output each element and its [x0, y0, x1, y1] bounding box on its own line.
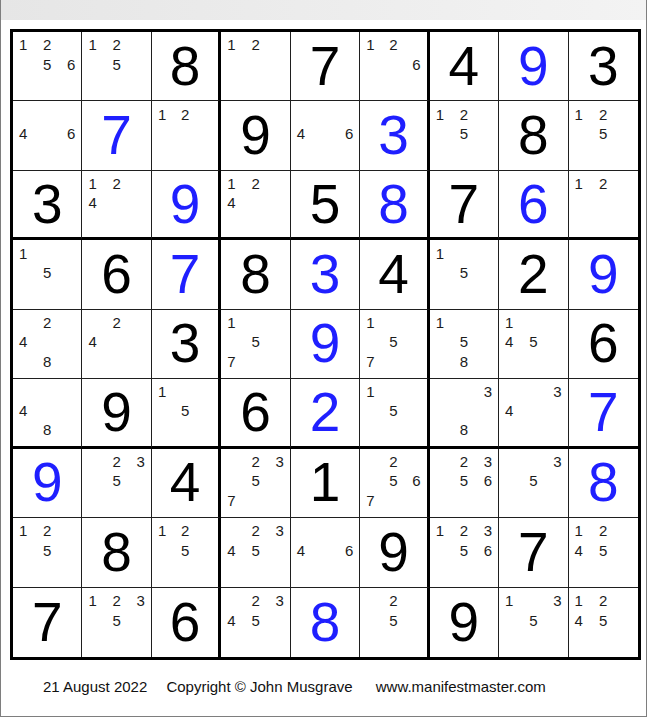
pencil-mark-slot-2: 2	[107, 452, 126, 471]
cell-r5c9[interactable]: 6	[569, 310, 638, 379]
cell-r6c5[interactable]: 2	[291, 379, 360, 448]
cell-r4c7[interactable]: 15	[430, 240, 499, 309]
pencil-mark-slot-6	[57, 332, 76, 351]
cell-r9c3[interactable]: 6	[152, 588, 221, 657]
pencil-mark-slot-1: 1	[19, 243, 38, 262]
cell-r2c6[interactable]: 3	[360, 101, 429, 170]
pencil-marks: 46	[291, 518, 359, 586]
pencil-mark-slot-4: 4	[575, 541, 594, 560]
pencil-mark-slot-6	[126, 54, 145, 73]
pencil-mark-slot-1: 1	[19, 35, 38, 54]
pencil-mark-slot-9	[543, 491, 562, 510]
cell-r2c1[interactable]: 46	[13, 101, 82, 170]
pencil-mark-slot-2	[38, 104, 57, 123]
pencil-mark-slot-3	[126, 35, 145, 54]
cell-r3c2[interactable]: 124	[82, 171, 151, 240]
pencil-marks: 12	[152, 101, 218, 169]
cell-r3c3[interactable]: 9	[152, 171, 221, 240]
pencil-mark-slot-5	[384, 54, 402, 73]
pencil-mark-slot-5	[38, 332, 57, 351]
cell-r7c8[interactable]: 35	[499, 449, 568, 518]
pencil-mark-slot-2: 2	[594, 591, 613, 611]
pencil-mark-slot-8	[38, 74, 57, 93]
pencil-mark-slot-5: 5	[38, 541, 57, 560]
given-digit: 6	[101, 247, 132, 302]
cell-r1c3[interactable]: 8	[152, 32, 221, 101]
pencil-mark-slot-8	[454, 143, 473, 162]
pencil-mark-slot-1	[19, 382, 38, 401]
cell-r5c3[interactable]: 3	[152, 310, 221, 379]
pencil-mark-slot-2: 2	[594, 104, 613, 123]
pencil-marks: 125	[13, 518, 81, 586]
pencil-mark-slot-2	[524, 591, 543, 611]
pencil-mark-slot-8: 8	[454, 352, 473, 371]
pencil-mark-slot-1: 1	[505, 591, 524, 611]
cell-r4c8[interactable]: 2	[499, 240, 568, 309]
pencil-mark-slot-9	[194, 420, 212, 439]
solved-digit: 7	[170, 247, 201, 302]
pencil-marks: 24	[82, 310, 150, 378]
pencil-mark-slot-1: 1	[366, 313, 384, 332]
pencil-mark-slot-1	[227, 591, 246, 611]
cell-r9c2[interactable]: 1235	[82, 588, 151, 657]
cell-r6c7[interactable]: 38	[430, 379, 499, 448]
cell-r8c3[interactable]: 125	[152, 518, 221, 587]
pencil-mark-slot-8	[384, 630, 402, 650]
pencil-mark-slot-2: 2	[107, 313, 126, 332]
pencil-mark-slot-2	[316, 521, 335, 540]
pencil-mark-slot-9	[57, 282, 76, 301]
pencil-mark-slot-7	[297, 560, 316, 579]
cell-r3c8[interactable]: 6	[499, 171, 568, 240]
pencil-mark-slot-5	[246, 54, 265, 73]
pencil-mark-slot-2: 2	[454, 521, 473, 540]
pencil-mark-slot-8	[246, 630, 265, 650]
cell-r6c3[interactable]: 15	[152, 379, 221, 448]
cell-r2c7[interactable]: 125	[430, 101, 499, 170]
pencil-mark-slot-7	[436, 143, 455, 162]
cell-r4c6[interactable]: 4	[360, 240, 429, 309]
pencil-marks: 38	[430, 379, 498, 445]
cell-r8c1[interactable]: 125	[13, 518, 82, 587]
pencil-mark-slot-6: 6	[57, 124, 76, 143]
pencil-mark-slot-3	[57, 382, 76, 401]
cell-r6c1[interactable]: 48	[13, 379, 82, 448]
pencil-mark-slot-5: 5	[176, 401, 194, 420]
pencil-mark-slot-7	[19, 282, 38, 301]
footer-copyright: Copyright © John Musgrave	[166, 678, 352, 695]
pencil-mark-slot-6	[473, 124, 492, 143]
footer-url: www.manifestmaster.com	[376, 678, 546, 695]
pencil-mark-slot-8	[107, 74, 126, 93]
pencil-mark-slot-1: 1	[366, 35, 384, 54]
pencil-mark-slot-1	[88, 313, 107, 332]
pencil-mark-slot-4: 4	[505, 401, 524, 420]
pencil-mark-slot-6	[403, 332, 421, 351]
cell-r3c6[interactable]: 8	[360, 171, 429, 240]
pencil-mark-slot-1: 1	[575, 174, 594, 193]
pencil-mark-slot-8	[176, 143, 194, 162]
pencil-mark-slot-6	[613, 124, 632, 143]
pencil-mark-slot-6	[265, 541, 284, 560]
pencil-mark-slot-9	[265, 630, 284, 650]
cell-r8c4[interactable]: 2345	[221, 518, 290, 587]
pencil-mark-slot-8	[176, 420, 194, 439]
pencil-mark-slot-7: 7	[366, 352, 384, 371]
cell-r5c4[interactable]: 157	[221, 310, 290, 379]
pencil-mark-slot-4	[575, 193, 594, 212]
pencil-marks: 157	[360, 310, 426, 378]
pencil-mark-slot-1	[505, 452, 524, 471]
cell-r6c4[interactable]: 6	[221, 379, 290, 448]
given-digit: 8	[170, 39, 201, 94]
cell-r6c8[interactable]: 34	[499, 379, 568, 448]
pencil-marks: 2345	[221, 588, 289, 657]
pencil-mark-slot-5	[594, 193, 613, 212]
pencil-mark-slot-5	[246, 193, 265, 212]
cell-r1c1[interactable]: 1256	[13, 32, 82, 101]
cell-r8c8[interactable]: 7	[499, 518, 568, 587]
pencil-mark-slot-6	[543, 471, 562, 490]
pencil-mark-slot-1	[436, 382, 455, 401]
pencil-mark-slot-7	[158, 143, 176, 162]
pencil-mark-slot-8	[594, 212, 613, 231]
pencil-mark-slot-9	[126, 630, 145, 650]
cell-r9c6[interactable]: 25	[360, 588, 429, 657]
pencil-mark-slot-1	[227, 452, 246, 471]
given-digit: 9	[449, 595, 480, 650]
pencil-mark-slot-5: 5	[176, 541, 194, 560]
pencil-mark-slot-6	[265, 332, 284, 351]
pencil-mark-slot-3: 3	[473, 382, 492, 401]
cell-r5c2[interactable]: 24	[82, 310, 151, 379]
pencil-mark-slot-7	[436, 352, 455, 371]
pencil-mark-slot-5: 5	[246, 541, 265, 560]
pencil-mark-slot-5: 5	[38, 263, 57, 282]
cell-r3c1[interactable]: 3	[13, 171, 82, 240]
pencil-mark-slot-6	[194, 401, 212, 420]
cell-r2c3[interactable]: 12	[152, 101, 221, 170]
pencil-mark-slot-6	[126, 610, 145, 630]
pencil-mark-slot-4	[227, 471, 246, 490]
cell-r7c4[interactable]: 2357	[221, 449, 290, 518]
cell-r1c5[interactable]: 7	[291, 32, 360, 101]
pencil-mark-slot-5: 5	[384, 401, 402, 420]
pencil-mark-slot-7	[88, 74, 107, 93]
pencil-mark-slot-7	[227, 560, 246, 579]
cell-r2c8[interactable]: 8	[499, 101, 568, 170]
pencil-mark-slot-7	[88, 491, 107, 510]
pencil-mark-slot-9	[265, 212, 284, 231]
pencil-mark-slot-4	[366, 401, 384, 420]
pencil-mark-slot-6	[126, 193, 145, 212]
solved-digit: 7	[588, 385, 619, 440]
pencil-mark-slot-3	[57, 104, 76, 123]
cell-r3c7[interactable]: 7	[430, 171, 499, 240]
pencil-mark-slot-7	[158, 560, 176, 579]
cell-r1c4[interactable]: 12	[221, 32, 290, 101]
cell-r9c7[interactable]: 9	[430, 588, 499, 657]
pencil-mark-slot-7	[436, 282, 455, 301]
pencil-mark-slot-8	[524, 352, 543, 371]
pencil-mark-slot-4	[366, 332, 384, 351]
cell-r4c5[interactable]: 3	[291, 240, 360, 309]
cell-r5c1[interactable]: 248	[13, 310, 82, 379]
title-bar	[1, 0, 646, 20]
pencil-mark-slot-8	[524, 630, 543, 650]
pencil-mark-slot-4	[436, 332, 455, 351]
pencil-mark-slot-5: 5	[384, 332, 402, 351]
pencil-mark-slot-1: 1	[227, 174, 246, 193]
cell-r6c9[interactable]: 7	[569, 379, 638, 448]
pencil-mark-slot-5: 5	[107, 54, 126, 73]
pencil-mark-slot-6: 6	[57, 54, 76, 73]
pencil-mark-slot-4: 4	[227, 541, 246, 560]
cell-r7c7[interactable]: 2356	[430, 449, 499, 518]
cell-r2c9[interactable]: 125	[569, 101, 638, 170]
pencil-mark-slot-7	[19, 420, 38, 439]
solved-digit: 8	[588, 455, 619, 510]
pencil-mark-slot-8	[384, 420, 402, 439]
pencil-mark-slot-6	[126, 332, 145, 351]
pencil-mark-slot-5: 5	[246, 332, 265, 351]
pencil-marks: 1245	[569, 518, 638, 586]
pencil-mark-slot-7	[297, 143, 316, 162]
pencil-mark-slot-1: 1	[575, 591, 594, 611]
cell-r9c4[interactable]: 2345	[221, 588, 290, 657]
solved-digit: 6	[518, 177, 549, 232]
cell-r1c6[interactable]: 126	[360, 32, 429, 101]
pencil-mark-slot-1: 1	[227, 35, 246, 54]
pencil-mark-slot-4	[227, 54, 246, 73]
cell-r8c9[interactable]: 1245	[569, 518, 638, 587]
cell-r1c2[interactable]: 125	[82, 32, 151, 101]
pencil-mark-slot-1: 1	[227, 313, 246, 332]
pencil-mark-slot-5	[38, 124, 57, 143]
pencil-mark-slot-5: 5	[384, 610, 402, 630]
pencil-mark-slot-5: 5	[384, 471, 402, 490]
pencil-mark-slot-4: 4	[19, 124, 38, 143]
cell-r1c9[interactable]: 3	[569, 32, 638, 101]
pencil-mark-slot-2: 2	[107, 35, 126, 54]
cell-r6c2[interactable]: 9	[82, 379, 151, 448]
pencil-mark-slot-7	[227, 74, 246, 93]
pencil-mark-slot-4	[227, 332, 246, 351]
pencil-mark-slot-8	[38, 143, 57, 162]
pencil-mark-slot-2: 2	[384, 591, 402, 611]
pencil-mark-slot-5	[316, 124, 335, 143]
pencil-mark-slot-6	[57, 263, 76, 282]
pencil-mark-slot-1	[297, 104, 316, 123]
pencil-mark-slot-9	[126, 352, 145, 371]
pencil-mark-slot-8	[454, 491, 473, 510]
pencil-mark-slot-2: 2	[246, 35, 265, 54]
pencil-mark-slot-9	[613, 630, 632, 650]
cell-r3c4[interactable]: 124	[221, 171, 290, 240]
pencil-mark-slot-4	[436, 124, 455, 143]
cell-r5c5[interactable]: 9	[291, 310, 360, 379]
cell-r3c5[interactable]: 5	[291, 171, 360, 240]
pencil-mark-slot-3: 3	[265, 452, 284, 471]
cell-r7c2[interactable]: 235	[82, 449, 151, 518]
pencil-marks: 1235	[82, 588, 150, 657]
pencil-mark-slot-5: 5	[524, 471, 543, 490]
pencil-mark-slot-9	[613, 560, 632, 579]
given-digit: 9	[101, 385, 132, 440]
cell-r9c5[interactable]: 8	[291, 588, 360, 657]
cell-r1c8[interactable]: 9	[499, 32, 568, 101]
pencil-mark-slot-3	[265, 35, 284, 54]
pencil-mark-slot-3: 3	[265, 591, 284, 611]
given-digit: 1	[310, 455, 341, 510]
pencil-mark-slot-7	[505, 420, 524, 439]
pencil-marks: 46	[13, 101, 81, 169]
pencil-mark-slot-5: 5	[38, 54, 57, 73]
pencil-marks: 25	[360, 588, 426, 657]
pencil-marks: 1256	[13, 32, 81, 100]
pencil-marks: 235	[82, 449, 150, 517]
pencil-mark-slot-6	[265, 610, 284, 630]
pencil-marks: 158	[430, 310, 498, 378]
cell-r7c1[interactable]: 9	[13, 449, 82, 518]
cell-r5c8[interactable]: 145	[499, 310, 568, 379]
pencil-mark-slot-8	[594, 143, 613, 162]
footer: 21 August 2022 Copyright © John Musgrave…	[43, 678, 546, 695]
pencil-marks: 2356	[430, 449, 498, 517]
cell-r5c7[interactable]: 158	[430, 310, 499, 379]
cell-r8c7[interactable]: 12356	[430, 518, 499, 587]
pencil-mark-slot-2	[176, 382, 194, 401]
pencil-mark-slot-1	[19, 313, 38, 332]
pencil-mark-slot-3: 3	[126, 452, 145, 471]
cell-r9c1[interactable]: 7	[13, 588, 82, 657]
pencil-mark-slot-4: 4	[505, 332, 524, 351]
pencil-marks: 12	[221, 32, 289, 100]
pencil-mark-slot-7	[19, 352, 38, 371]
cell-r2c5[interactable]: 46	[291, 101, 360, 170]
pencil-mark-slot-1: 1	[436, 313, 455, 332]
pencil-mark-slot-6: 6	[473, 471, 492, 490]
cell-r2c4[interactable]: 9	[221, 101, 290, 170]
cell-r7c5[interactable]: 1	[291, 449, 360, 518]
cell-r9c8[interactable]: 135	[499, 588, 568, 657]
cell-r4c3[interactable]: 7	[152, 240, 221, 309]
cell-r4c9[interactable]: 9	[569, 240, 638, 309]
solved-digit: 2	[310, 385, 341, 440]
pencil-mark-slot-6	[543, 610, 562, 630]
pencil-mark-slot-4	[19, 541, 38, 560]
cell-r2c2[interactable]: 7	[82, 101, 151, 170]
cell-r8c2[interactable]: 8	[82, 518, 151, 587]
cell-r4c1[interactable]: 15	[13, 240, 82, 309]
cell-r6c6[interactable]: 15	[360, 379, 429, 448]
pencil-mark-slot-6	[613, 610, 632, 630]
pencil-mark-slot-5: 5	[454, 471, 473, 490]
pencil-mark-slot-3	[403, 591, 421, 611]
given-digit: 6	[240, 385, 271, 440]
pencil-mark-slot-4	[88, 610, 107, 630]
solved-digit: 3	[378, 108, 409, 163]
pencil-mark-slot-1	[366, 591, 384, 611]
pencil-mark-slot-9	[126, 74, 145, 93]
pencil-mark-slot-3	[334, 104, 353, 123]
pencil-mark-slot-6	[57, 401, 76, 420]
pencil-mark-slot-3: 3	[543, 382, 562, 401]
pencil-mark-slot-3	[473, 104, 492, 123]
pencil-marks: 15	[360, 379, 426, 445]
pencil-mark-slot-3	[57, 313, 76, 332]
pencil-mark-slot-1: 1	[19, 521, 38, 540]
pencil-mark-slot-1	[19, 104, 38, 123]
cell-r3c9[interactable]: 12	[569, 171, 638, 240]
cell-r4c2[interactable]: 6	[82, 240, 151, 309]
pencil-mark-slot-7	[436, 420, 455, 439]
cell-r7c9[interactable]: 8	[569, 449, 638, 518]
pencil-mark-slot-6	[194, 541, 212, 560]
pencil-marks: 157	[221, 310, 289, 378]
pencil-mark-slot-4	[88, 471, 107, 490]
given-digit: 3	[170, 316, 201, 371]
pencil-mark-slot-1: 1	[575, 104, 594, 123]
pencil-mark-slot-8	[454, 560, 473, 579]
cell-r4c4[interactable]: 8	[221, 240, 290, 309]
given-digit: 4	[170, 455, 201, 510]
pencil-mark-slot-2: 2	[176, 521, 194, 540]
pencil-mark-slot-5: 5	[594, 610, 613, 630]
pencil-mark-slot-5: 5	[246, 610, 265, 630]
window: 1256125812712649346712946312581253124912…	[0, 0, 647, 717]
cell-r8c5[interactable]: 46	[291, 518, 360, 587]
pencil-mark-slot-6	[265, 471, 284, 490]
pencil-mark-slot-9	[194, 560, 212, 579]
pencil-mark-slot-3	[57, 35, 76, 54]
pencil-mark-slot-9	[126, 491, 145, 510]
pencil-mark-slot-9	[265, 560, 284, 579]
pencil-mark-slot-7	[436, 491, 455, 510]
cell-r7c6[interactable]: 2567	[360, 449, 429, 518]
pencil-mark-slot-7	[575, 630, 594, 650]
solved-digit: 9	[170, 177, 201, 232]
pencil-mark-slot-7	[366, 74, 384, 93]
cell-r7c3[interactable]: 4	[152, 449, 221, 518]
pencil-mark-slot-5	[524, 401, 543, 420]
cell-r1c7[interactable]: 4	[430, 32, 499, 101]
pencil-mark-slot-8	[246, 491, 265, 510]
pencil-mark-slot-4: 4	[297, 124, 316, 143]
pencil-mark-slot-7: 7	[227, 352, 246, 371]
pencil-mark-slot-3	[126, 174, 145, 193]
sudoku-grid: 1256125812712649346712946312581253124912…	[10, 29, 641, 660]
pencil-mark-slot-6	[265, 193, 284, 212]
pencil-mark-slot-1: 1	[88, 35, 107, 54]
cell-r5c6[interactable]: 157	[360, 310, 429, 379]
pencil-mark-slot-5	[38, 401, 57, 420]
pencil-mark-slot-9	[57, 74, 76, 93]
pencil-marks: 145	[499, 310, 567, 378]
pencil-mark-slot-6	[265, 54, 284, 73]
pencil-mark-slot-9	[403, 491, 421, 510]
pencil-mark-slot-8	[246, 352, 265, 371]
pencil-mark-slot-9	[126, 212, 145, 231]
pencil-mark-slot-4: 4	[88, 193, 107, 212]
pencil-mark-slot-4: 4	[575, 610, 594, 630]
cell-r9c9[interactable]: 1245	[569, 588, 638, 657]
pencil-marks: 12	[569, 171, 638, 237]
cell-r8c6[interactable]: 9	[360, 518, 429, 587]
pencil-mark-slot-6	[473, 263, 492, 282]
pencil-mark-slot-4: 4	[227, 193, 246, 212]
pencil-mark-slot-8	[594, 630, 613, 650]
